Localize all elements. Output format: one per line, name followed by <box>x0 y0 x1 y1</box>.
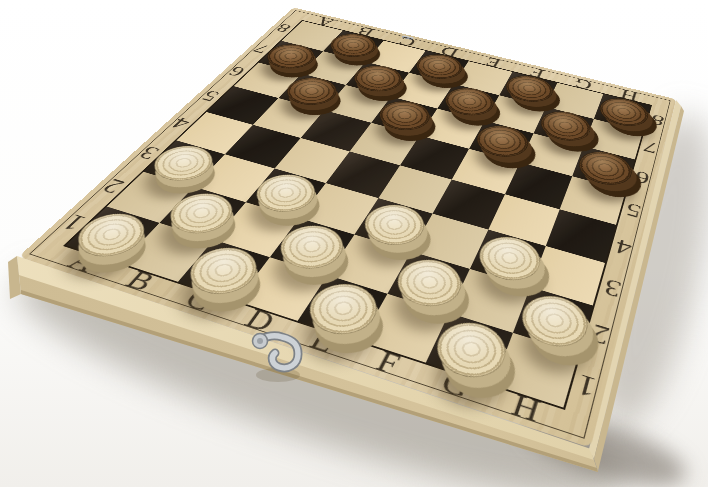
checkers-photo-scene: ABCDEFGHABCDEFGH1234567812345678⛂⛂⛂⛂⛂⛂⛂⛂… <box>0 0 708 487</box>
clasp-hook-icon <box>246 329 310 385</box>
